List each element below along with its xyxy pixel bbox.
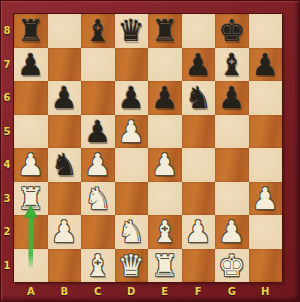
piece-black-pawn-a7[interactable]: ♟ — [14, 48, 48, 82]
square-d1[interactable]: ♛ — [115, 249, 149, 283]
square-h5[interactable] — [249, 115, 283, 149]
square-g5[interactable] — [215, 115, 249, 149]
square-e1[interactable]: ♜ — [148, 249, 182, 283]
rank-label-2: 2 — [0, 215, 14, 249]
square-h4[interactable] — [249, 148, 283, 182]
square-h1[interactable] — [249, 249, 283, 283]
piece-white-bishop-c1[interactable]: ♝ — [81, 249, 115, 283]
square-c6[interactable] — [81, 81, 115, 115]
square-h6[interactable] — [249, 81, 283, 115]
square-a4[interactable]: ♟ — [14, 148, 48, 182]
rank-label-4: 4 — [0, 148, 14, 182]
file-labels: ABCDEFGH — [14, 282, 282, 301]
square-d3[interactable] — [115, 182, 149, 216]
square-c1[interactable]: ♝ — [81, 249, 115, 283]
rank-label-3: 3 — [0, 182, 14, 216]
square-c2[interactable] — [81, 215, 115, 249]
square-g3[interactable] — [215, 182, 249, 216]
square-g1[interactable]: ♚ — [215, 249, 249, 283]
rank-label-1: 1 — [0, 249, 14, 283]
square-a1[interactable] — [14, 249, 48, 283]
square-d8[interactable]: ♛ — [115, 14, 149, 48]
square-c5[interactable]: ♟ — [81, 115, 115, 149]
square-c7[interactable] — [81, 48, 115, 82]
square-a8[interactable]: ♜ — [14, 14, 48, 48]
square-d7[interactable] — [115, 48, 149, 82]
file-label-b: B — [48, 282, 82, 301]
file-label-d: D — [115, 282, 149, 301]
piece-black-pawn-c5[interactable]: ♟ — [81, 115, 115, 149]
square-b1[interactable] — [48, 249, 82, 283]
piece-white-pawn-a4[interactable]: ♟ — [14, 148, 48, 182]
piece-white-pawn-d5[interactable]: ♟ — [115, 115, 149, 149]
square-f4[interactable] — [182, 148, 216, 182]
rank-label-8: 8 — [0, 14, 14, 48]
square-h2[interactable] — [249, 215, 283, 249]
square-g2[interactable]: ♟ — [215, 215, 249, 249]
piece-black-bishop-g7[interactable]: ♝ — [215, 48, 249, 82]
square-f2[interactable]: ♟ — [182, 215, 216, 249]
file-label-e: E — [148, 282, 182, 301]
square-f7[interactable]: ♟ — [182, 48, 216, 82]
square-d6[interactable]: ♟ — [115, 81, 149, 115]
square-f5[interactable] — [182, 115, 216, 149]
piece-white-pawn-e4[interactable]: ♟ — [148, 148, 182, 182]
rank-label-7: 7 — [0, 48, 14, 82]
piece-white-knight-d2[interactable]: ♞ — [115, 215, 149, 249]
piece-white-pawn-g2[interactable]: ♟ — [215, 215, 249, 249]
square-b8[interactable] — [48, 14, 82, 48]
square-h3[interactable]: ♟ — [249, 182, 283, 216]
square-a3[interactable]: ♜ — [14, 182, 48, 216]
square-e6[interactable]: ♟ — [148, 81, 182, 115]
piece-black-king-g8[interactable]: ♚ — [215, 14, 249, 48]
square-b4[interactable]: ♞ — [48, 148, 82, 182]
piece-black-bishop-c8[interactable]: ♝ — [81, 14, 115, 48]
piece-white-pawn-f2[interactable]: ♟ — [182, 215, 216, 249]
square-b7[interactable] — [48, 48, 82, 82]
square-b2[interactable]: ♟ — [48, 215, 82, 249]
piece-white-bishop-e2[interactable]: ♝ — [148, 215, 182, 249]
square-h8[interactable] — [249, 14, 283, 48]
square-f3[interactable] — [182, 182, 216, 216]
rank-label-6: 6 — [0, 81, 14, 115]
square-e2[interactable]: ♝ — [148, 215, 182, 249]
piece-black-pawn-b6[interactable]: ♟ — [48, 81, 82, 115]
piece-black-pawn-d6[interactable]: ♟ — [115, 81, 149, 115]
square-e3[interactable] — [148, 182, 182, 216]
square-b6[interactable]: ♟ — [48, 81, 82, 115]
square-b5[interactable] — [48, 115, 82, 149]
piece-black-pawn-e6[interactable]: ♟ — [148, 81, 182, 115]
square-e7[interactable] — [148, 48, 182, 82]
square-f6[interactable]: ♞ — [182, 81, 216, 115]
square-b3[interactable] — [48, 182, 82, 216]
piece-white-king-g1[interactable]: ♚ — [215, 249, 249, 283]
piece-white-pawn-c4[interactable]: ♟ — [81, 148, 115, 182]
square-g8[interactable]: ♚ — [215, 14, 249, 48]
piece-white-pawn-h3[interactable]: ♟ — [249, 182, 283, 216]
piece-black-rook-e8[interactable]: ♜ — [148, 14, 182, 48]
rank-labels: 87654321 — [0, 14, 14, 282]
square-d5[interactable]: ♟ — [115, 115, 149, 149]
square-a6[interactable] — [14, 81, 48, 115]
piece-white-queen-d1[interactable]: ♛ — [115, 249, 149, 283]
piece-black-knight-f6[interactable]: ♞ — [182, 81, 216, 115]
file-label-h: H — [249, 282, 283, 301]
square-a2[interactable] — [14, 215, 48, 249]
rank-label-5: 5 — [0, 115, 14, 149]
square-g4[interactable] — [215, 148, 249, 182]
square-f8[interactable] — [182, 14, 216, 48]
square-h7[interactable]: ♟ — [249, 48, 283, 82]
square-c3[interactable]: ♞ — [81, 182, 115, 216]
square-e5[interactable] — [148, 115, 182, 149]
piece-white-pawn-b2[interactable]: ♟ — [48, 215, 82, 249]
square-a7[interactable]: ♟ — [14, 48, 48, 82]
square-e4[interactable]: ♟ — [148, 148, 182, 182]
square-g7[interactable]: ♝ — [215, 48, 249, 82]
piece-black-queen-d8[interactable]: ♛ — [115, 14, 149, 48]
piece-black-pawn-h7[interactable]: ♟ — [249, 48, 283, 82]
file-label-f: F — [182, 282, 216, 301]
file-label-c: C — [81, 282, 115, 301]
square-d2[interactable]: ♞ — [115, 215, 149, 249]
square-c8[interactable]: ♝ — [81, 14, 115, 48]
piece-white-rook-e1[interactable]: ♜ — [148, 249, 182, 283]
square-e8[interactable]: ♜ — [148, 14, 182, 48]
square-a5[interactable] — [14, 115, 48, 149]
piece-black-pawn-g6[interactable]: ♟ — [215, 81, 249, 115]
board-frame: 87654321 ♜♝♛♜♚♟♟♝♟♟♟♟♞♟♟♟♟♞♟♟♜♞♟♟♞♝♟♟♝♛♜… — [0, 0, 300, 302]
square-g6[interactable]: ♟ — [215, 81, 249, 115]
piece-black-knight-b4[interactable]: ♞ — [48, 148, 82, 182]
piece-white-knight-c3[interactable]: ♞ — [81, 182, 115, 216]
chess-board: ♜♝♛♜♚♟♟♝♟♟♟♟♞♟♟♟♟♞♟♟♜♞♟♟♞♝♟♟♝♛♜♚ — [14, 14, 282, 282]
file-label-a: A — [14, 282, 48, 301]
square-c4[interactable]: ♟ — [81, 148, 115, 182]
file-label-g: G — [215, 282, 249, 301]
piece-black-rook-a8[interactable]: ♜ — [14, 14, 48, 48]
piece-white-rook-a3[interactable]: ♜ — [14, 182, 48, 216]
piece-black-pawn-f7[interactable]: ♟ — [182, 48, 216, 82]
square-d4[interactable] — [115, 148, 149, 182]
square-f1[interactable] — [182, 249, 216, 283]
